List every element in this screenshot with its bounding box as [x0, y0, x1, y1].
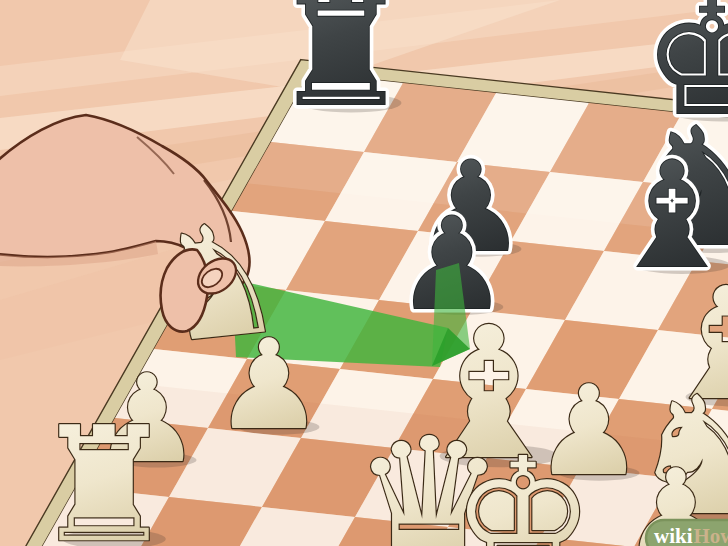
wikihow-watermark: wikiHow	[646, 520, 728, 546]
piece-glyph: ♜	[33, 393, 175, 546]
white-king-f2: ♚	[451, 423, 595, 546]
black-rook-a8: ♜♜	[272, 0, 411, 140]
piece-glyph: ♚	[451, 423, 595, 546]
piece-glyph: ♜	[272, 0, 411, 140]
wikihow-chess-illustration: ♚♚♜♜♞♞♝♝♟♟♟♟ ♝♟♝♟♟♞♜♟♛♚ ♞ wikiHow	[0, 0, 728, 546]
white-rook-a2: ♜	[33, 393, 175, 546]
watermark-text: wikiHow	[654, 524, 728, 546]
